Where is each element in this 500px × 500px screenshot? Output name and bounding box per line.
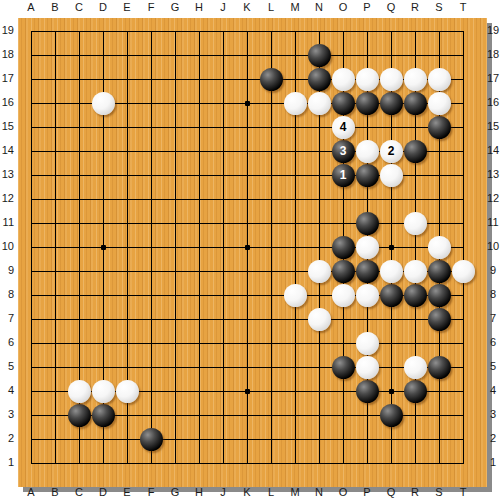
stone-black-P16	[356, 92, 379, 115]
coord-label-right-14: 14	[486, 144, 500, 157]
coord-label-left-9: 9	[0, 264, 14, 277]
stone-white-P5	[356, 356, 379, 379]
stone-black-P9	[356, 260, 379, 283]
coord-label-left-3: 3	[0, 408, 14, 421]
star-point-K4	[245, 389, 250, 394]
coord-label-right-15: 15	[486, 120, 500, 133]
stone-white-D4	[92, 380, 115, 403]
coord-label-top-T: T	[451, 1, 475, 14]
star-point-Q4	[389, 389, 394, 394]
coord-label-bottom-E: E	[115, 486, 139, 499]
stone-white-P17	[356, 68, 379, 91]
stone-black-R4	[404, 380, 427, 403]
stone-black-O16	[332, 92, 355, 115]
stone-white-Q13	[380, 164, 403, 187]
coord-label-right-10: 10	[486, 240, 500, 253]
coord-label-top-E: E	[115, 1, 139, 14]
coord-label-left-2: 2	[0, 432, 14, 445]
stone-black-P11	[356, 212, 379, 235]
stone-black-O9	[332, 260, 355, 283]
stone-black-O5	[332, 356, 355, 379]
stone-black-P4	[356, 380, 379, 403]
coord-label-top-S: S	[427, 1, 451, 14]
coord-label-bottom-N: N	[307, 486, 331, 499]
stone-black-S8	[428, 284, 451, 307]
stone-black-S5	[428, 356, 451, 379]
coord-label-top-C: C	[67, 1, 91, 14]
coord-label-bottom-L: L	[259, 486, 283, 499]
coord-label-right-1: 1	[486, 456, 500, 469]
coord-label-bottom-P: P	[355, 486, 379, 499]
coord-label-left-15: 15	[0, 120, 14, 133]
coord-label-bottom-C: C	[67, 486, 91, 499]
coord-label-bottom-J: J	[211, 486, 235, 499]
stone-black-Q3	[380, 404, 403, 427]
coord-label-top-L: L	[259, 1, 283, 14]
coord-label-bottom-B: B	[43, 486, 67, 499]
stone-white-R11	[404, 212, 427, 235]
stone-white-E4	[116, 380, 139, 403]
stone-black-R14	[404, 140, 427, 163]
coord-label-right-12: 12	[486, 192, 500, 205]
coord-label-right-13: 13	[486, 168, 500, 181]
stone-white-T9	[452, 260, 475, 283]
coord-label-bottom-M: M	[283, 486, 307, 499]
stone-white-S10	[428, 236, 451, 259]
coord-label-right-5: 5	[486, 360, 500, 373]
coord-label-top-F: F	[139, 1, 163, 14]
stone-black-R16	[404, 92, 427, 115]
coord-label-top-A: A	[19, 1, 43, 14]
coord-label-right-17: 17	[486, 72, 500, 85]
stone-white-P8	[356, 284, 379, 307]
stone-black-S15	[428, 116, 451, 139]
stone-black-S9	[428, 260, 451, 283]
stone-black-O13-move-1: 1	[332, 164, 355, 187]
stone-white-N7	[308, 308, 331, 331]
stone-black-Q16	[380, 92, 403, 115]
stone-black-R8	[404, 284, 427, 307]
stone-white-Q14-move-2: 2	[380, 140, 403, 163]
coord-label-left-1: 1	[0, 456, 14, 469]
coord-label-top-M: M	[283, 1, 307, 14]
stone-white-N9	[308, 260, 331, 283]
coord-label-left-7: 7	[0, 312, 14, 325]
stone-white-M8	[284, 284, 307, 307]
coord-label-left-18: 18	[0, 48, 14, 61]
coord-label-left-13: 13	[0, 168, 14, 181]
coord-label-bottom-F: F	[139, 486, 163, 499]
coord-label-bottom-A: A	[19, 486, 43, 499]
coord-label-top-N: N	[307, 1, 331, 14]
stone-white-S16	[428, 92, 451, 115]
coord-label-left-12: 12	[0, 192, 14, 205]
coord-label-top-O: O	[331, 1, 355, 14]
coord-label-right-16: 16	[486, 96, 500, 109]
stone-black-S7	[428, 308, 451, 331]
stone-white-O17	[332, 68, 355, 91]
coord-label-left-6: 6	[0, 336, 14, 349]
coord-label-right-3: 3	[486, 408, 500, 421]
coord-label-top-J: J	[211, 1, 235, 14]
stone-white-O8	[332, 284, 355, 307]
coord-label-bottom-T: T	[451, 486, 475, 499]
coord-label-left-10: 10	[0, 240, 14, 253]
stone-white-P10	[356, 236, 379, 259]
stone-black-N17	[308, 68, 331, 91]
coord-label-bottom-S: S	[427, 486, 451, 499]
star-point-K10	[245, 245, 250, 250]
stone-white-M16	[284, 92, 307, 115]
coord-label-left-11: 11	[0, 216, 14, 229]
coord-label-bottom-O: O	[331, 486, 355, 499]
stone-white-R5	[404, 356, 427, 379]
stone-black-O14-move-3: 3	[332, 140, 355, 163]
stone-black-Q8	[380, 284, 403, 307]
coord-label-left-8: 8	[0, 288, 14, 301]
go-board-screenshot: AABBCCDDEEFFGGHHJJKKLLMMNNOOPPQQRRSSTT19…	[0, 0, 500, 500]
stone-white-Q9	[380, 260, 403, 283]
stone-black-P13	[356, 164, 379, 187]
coord-label-left-4: 4	[0, 384, 14, 397]
coord-label-bottom-K: K	[235, 486, 259, 499]
stone-white-C4	[68, 380, 91, 403]
coord-label-top-R: R	[403, 1, 427, 14]
coord-label-top-P: P	[355, 1, 379, 14]
coord-label-right-2: 2	[486, 432, 500, 445]
coord-label-top-D: D	[91, 1, 115, 14]
stone-white-D16	[92, 92, 115, 115]
stone-white-P6	[356, 332, 379, 355]
coord-label-top-G: G	[163, 1, 187, 14]
stone-black-O10	[332, 236, 355, 259]
stone-black-F2	[140, 428, 163, 451]
stone-white-P14	[356, 140, 379, 163]
stone-white-O15-move-4: 4	[332, 116, 355, 139]
coord-label-right-11: 11	[486, 216, 500, 229]
coord-label-top-Q: Q	[379, 1, 403, 14]
stone-white-Q17	[380, 68, 403, 91]
coord-label-top-K: K	[235, 1, 259, 14]
coord-label-left-14: 14	[0, 144, 14, 157]
stone-white-R17	[404, 68, 427, 91]
coord-label-top-H: H	[187, 1, 211, 14]
coord-label-right-19: 19	[486, 24, 500, 37]
coord-label-right-8: 8	[486, 288, 500, 301]
stone-black-N18	[308, 44, 331, 67]
coord-label-top-B: B	[43, 1, 67, 14]
coord-label-right-7: 7	[486, 312, 500, 325]
coord-label-bottom-H: H	[187, 486, 211, 499]
coord-label-left-5: 5	[0, 360, 14, 373]
stone-black-L17	[260, 68, 283, 91]
coord-label-right-18: 18	[486, 48, 500, 61]
coord-label-bottom-G: G	[163, 486, 187, 499]
stone-black-C3	[68, 404, 91, 427]
star-point-K16	[245, 101, 250, 106]
stone-white-N16	[308, 92, 331, 115]
stone-black-D3	[92, 404, 115, 427]
stone-white-R9	[404, 260, 427, 283]
coord-label-right-4: 4	[486, 384, 500, 397]
star-point-Q10	[389, 245, 394, 250]
coord-label-right-6: 6	[486, 336, 500, 349]
stone-white-S17	[428, 68, 451, 91]
coord-label-bottom-R: R	[403, 486, 427, 499]
star-point-D10	[101, 245, 106, 250]
coord-label-left-19: 19	[0, 24, 14, 37]
coord-label-bottom-D: D	[91, 486, 115, 499]
coord-label-left-16: 16	[0, 96, 14, 109]
coord-label-left-17: 17	[0, 72, 14, 85]
coord-label-bottom-Q: Q	[379, 486, 403, 499]
coord-label-right-9: 9	[486, 264, 500, 277]
